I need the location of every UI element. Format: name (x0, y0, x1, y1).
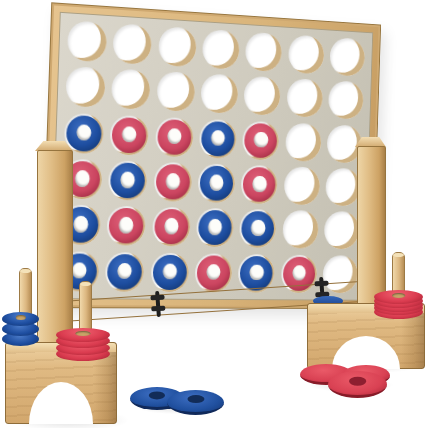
hole (197, 163, 235, 203)
disc-center-hole (122, 126, 137, 143)
blue-disc (201, 121, 235, 157)
product-photo-stage (0, 0, 425, 428)
disc-center-hole (209, 175, 223, 191)
disc-center-hole (254, 132, 268, 148)
hole (196, 208, 234, 247)
disc-center-hole (162, 263, 177, 279)
hole (286, 79, 323, 119)
hole (330, 37, 366, 76)
hole (282, 210, 319, 249)
red-spare-disc (56, 328, 110, 342)
hole (111, 69, 150, 110)
hole (158, 26, 197, 67)
hole (200, 74, 238, 114)
hole (105, 252, 145, 292)
hole (285, 122, 322, 161)
loose-blue-disc[interactable] (167, 390, 224, 415)
blue-disc (241, 211, 275, 246)
blue-disc (240, 256, 274, 291)
blue-disc (110, 162, 146, 198)
cell-r5c6[interactable] (279, 207, 322, 252)
cell-r2c4[interactable] (197, 71, 242, 118)
hole (153, 162, 192, 202)
hole (284, 166, 321, 205)
disc-center-hole (164, 218, 179, 234)
hole (324, 211, 360, 249)
cell-r1c5[interactable] (242, 29, 286, 76)
disc-center-hole (120, 172, 135, 189)
disc-center-hole (349, 377, 367, 386)
cell-r5c2[interactable] (103, 203, 150, 249)
cell-r3c2[interactable] (106, 111, 153, 158)
cell-r1c2[interactable] (109, 20, 156, 68)
disc-center-hole (250, 265, 264, 281)
red-disc (154, 209, 189, 245)
red-disc (196, 255, 230, 290)
cell-r2c7[interactable] (325, 78, 367, 123)
cell-r2c1[interactable] (61, 63, 109, 111)
hole (113, 23, 152, 64)
right-support-post (357, 146, 386, 310)
hole (244, 76, 281, 116)
hole (202, 29, 240, 70)
hole (155, 117, 194, 157)
hole (288, 35, 324, 75)
hole (106, 206, 145, 246)
cell-r1c6[interactable] (284, 31, 327, 77)
red-disc (157, 119, 192, 155)
disc-center-hole (206, 264, 220, 280)
cell-r1c7[interactable] (326, 34, 368, 80)
cell-r5c5[interactable] (236, 206, 280, 251)
cell-r2c3[interactable] (153, 68, 199, 115)
blue-disc (66, 115, 102, 152)
hole (110, 115, 149, 156)
loose-red-disc[interactable] (328, 371, 387, 398)
cell-r1c3[interactable] (154, 23, 200, 71)
stack-center-hole (15, 315, 25, 321)
cell-r3c4[interactable] (195, 115, 240, 161)
hole (108, 160, 147, 200)
hole (242, 121, 279, 161)
board-grid (50, 12, 373, 301)
red-disc (244, 123, 278, 159)
cell-r3c3[interactable] (151, 113, 197, 160)
cell-r6c2[interactable] (101, 249, 148, 295)
stack-center-hole (75, 331, 90, 337)
cell-r3c6[interactable] (282, 119, 325, 164)
hole (328, 81, 364, 120)
blue-spare-disc (2, 312, 39, 326)
connect-four-board (41, 2, 381, 309)
disc-center-hole (119, 217, 134, 234)
stack-center-hole (392, 293, 406, 299)
disc-center-hole (165, 173, 180, 190)
hole (152, 207, 191, 247)
cell-r6c3[interactable] (146, 249, 192, 295)
cell-r4c6[interactable] (280, 163, 323, 208)
base-arch-cutout (29, 382, 93, 424)
cell-r2c6[interactable] (283, 75, 326, 121)
disc-center-hole (76, 124, 91, 141)
hole (156, 71, 195, 112)
disc-center-hole (208, 219, 222, 235)
red-disc (112, 117, 147, 154)
cell-r2c2[interactable] (107, 66, 154, 114)
red-disc-stack[interactable] (374, 290, 423, 319)
cell-r5c4[interactable] (192, 205, 237, 251)
blue-disc (199, 165, 233, 201)
cell-r6c4[interactable] (191, 250, 236, 295)
left-support-post (37, 150, 73, 350)
disc-center-hole (253, 176, 267, 192)
disc-center-hole (73, 216, 88, 233)
disc-center-hole (187, 395, 204, 403)
hole (325, 168, 361, 207)
red-disc (243, 167, 277, 202)
blue-disc (107, 254, 143, 290)
disc-center-hole (211, 130, 225, 146)
cell-r4c5[interactable] (237, 162, 281, 208)
blue-disc (152, 254, 187, 289)
hole (194, 253, 232, 292)
disc-center-hole (251, 220, 265, 236)
hole (241, 165, 278, 204)
cell-r2c5[interactable] (240, 73, 284, 119)
cell-r1c1[interactable] (63, 17, 111, 66)
disc-center-hole (75, 170, 90, 187)
hole (67, 20, 107, 62)
hole (245, 32, 282, 72)
left-base-inner-peg (79, 281, 92, 335)
disc-center-hole (149, 392, 165, 399)
cell-r4c4[interactable] (194, 160, 239, 206)
cell-r4c3[interactable] (150, 159, 196, 205)
blue-disc-stack[interactable] (2, 312, 39, 346)
cell-r1c4[interactable] (198, 26, 243, 73)
red-disc (155, 164, 190, 200)
blue-disc (198, 210, 232, 245)
disc-center-hole (167, 128, 182, 145)
latch-hardware-icon (149, 290, 167, 317)
red-spare-disc (374, 290, 423, 304)
hole (239, 209, 276, 248)
cell-r4c2[interactable] (104, 157, 151, 204)
hole (65, 67, 105, 109)
hole (199, 119, 237, 159)
red-disc-stack[interactable] (56, 328, 110, 361)
disc-center-hole (71, 262, 86, 279)
hole (150, 252, 189, 291)
disc-center-hole (117, 263, 132, 279)
cell-r3c5[interactable] (239, 117, 283, 163)
red-disc (108, 208, 144, 244)
cell-r5c3[interactable] (148, 204, 194, 250)
disc-center-hole (292, 265, 306, 281)
